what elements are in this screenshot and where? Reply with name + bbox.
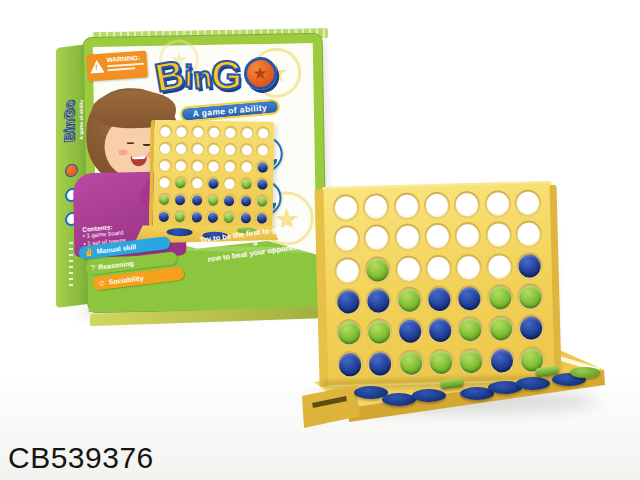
blue-piece-loose	[382, 393, 416, 406]
board-hole	[158, 193, 171, 206]
empty-hole	[193, 127, 203, 137]
empty-hole	[209, 161, 219, 171]
loose-pieces	[302, 180, 612, 430]
board-hole	[239, 211, 252, 224]
blue-piece	[175, 195, 185, 205]
box-front-panel: ★ ★ ★ WARNING: BinG★ A game of ability	[84, 34, 327, 312]
product-photo	[302, 180, 612, 430]
board-hole	[224, 143, 237, 156]
blue-piece	[257, 179, 267, 189]
skill-label: Sociability	[108, 274, 144, 285]
board-hole	[191, 176, 204, 189]
board-hole	[255, 211, 268, 224]
empty-hole	[225, 161, 235, 171]
green-piece	[176, 178, 186, 188]
board-hole	[223, 160, 236, 173]
empty-hole	[209, 127, 219, 137]
board-hole	[191, 125, 204, 138]
green-piece	[159, 194, 169, 204]
board-hole	[175, 125, 188, 138]
board-hole	[159, 142, 172, 155]
blue-piece	[192, 195, 202, 205]
board-hole	[223, 177, 236, 190]
product-code: CB539376	[8, 441, 154, 475]
page: ✓ BinGo A game of ability ★ ★ ★ WARNING:	[0, 0, 640, 480]
board-hole	[224, 126, 237, 139]
logo-star-piece-icon: ★	[243, 56, 278, 91]
board-hole	[207, 160, 220, 173]
green-piece-loose	[570, 367, 600, 378]
green-piece-loose	[439, 377, 464, 389]
people-icon: ☺	[97, 279, 106, 288]
board-hole	[190, 193, 203, 206]
board-hole	[223, 211, 236, 224]
board-hole	[175, 142, 188, 155]
green-piece	[208, 195, 218, 205]
question-icon: ?	[90, 264, 95, 272]
board-hole	[191, 159, 204, 172]
board-hole	[190, 210, 203, 223]
empty-hole	[160, 126, 170, 136]
board-hole	[255, 194, 268, 207]
empty-hole	[160, 160, 170, 170]
board-hole	[191, 142, 204, 155]
empty-hole	[176, 144, 186, 154]
logo-letter: G	[211, 54, 244, 95]
empty-hole	[192, 161, 202, 171]
tagline-text: A game of ability	[192, 102, 267, 118]
board-hole	[206, 211, 219, 224]
hands-icon: ✌	[83, 248, 94, 257]
board-hole	[240, 160, 253, 173]
empty-hole	[225, 178, 235, 188]
green-piece	[241, 179, 251, 189]
empty-hole	[176, 161, 186, 171]
board-hole	[174, 193, 187, 206]
board-hole	[174, 210, 187, 223]
empty-hole	[160, 143, 170, 153]
empty-hole	[226, 127, 236, 137]
empty-hole	[258, 128, 268, 138]
blue-piece-loose	[412, 389, 446, 402]
empty-hole	[225, 144, 235, 154]
warning-label: WARNING:	[86, 50, 148, 81]
empty-hole	[258, 145, 268, 155]
board-hole	[158, 176, 171, 189]
board-hole	[240, 126, 253, 139]
green-piece	[175, 212, 185, 222]
game-box: BinGo A game of ability ★ ★ ★ WARNING:	[56, 34, 324, 324]
blue-piece	[191, 212, 201, 222]
warning-small-print	[107, 63, 144, 68]
board-hole	[207, 194, 220, 207]
board-hole	[256, 160, 269, 173]
board-hole	[174, 176, 187, 189]
green-piece	[224, 212, 234, 222]
box-art-grid	[156, 123, 272, 227]
empty-hole	[193, 144, 203, 154]
warning-small-print	[107, 67, 135, 71]
empty-hole	[177, 127, 187, 137]
skill-label: Manual skill	[96, 243, 136, 255]
board-hole	[158, 159, 171, 172]
board-hole	[240, 143, 253, 156]
board-hole	[239, 177, 252, 190]
board-hole	[207, 177, 220, 190]
empty-hole	[242, 128, 252, 138]
board-hole	[208, 126, 221, 139]
empty-hole	[160, 177, 170, 187]
skill-label: Reasoning	[98, 259, 134, 270]
blue-piece	[241, 196, 251, 206]
board-hole	[256, 177, 269, 190]
blue-piece	[257, 162, 267, 172]
board-hole	[256, 143, 269, 156]
green-piece	[257, 196, 267, 206]
blue-piece	[257, 213, 267, 223]
empty-hole	[241, 162, 251, 172]
board-hole	[257, 127, 270, 140]
blue-piece	[208, 212, 218, 222]
empty-hole	[242, 145, 252, 155]
blue-piece	[208, 178, 218, 188]
empty-hole	[192, 178, 202, 188]
warning-title: WARNING:	[106, 54, 143, 64]
blue-piece	[224, 195, 234, 205]
board-hole	[239, 194, 252, 207]
girl-eye	[126, 140, 134, 144]
board-hole	[207, 143, 220, 156]
side-small-print	[69, 242, 73, 286]
empty-hole	[209, 144, 219, 154]
star-icon: ★	[252, 64, 268, 84]
blue-piece	[240, 213, 250, 223]
blue-piece-loose	[516, 377, 550, 390]
board-hole	[159, 125, 172, 138]
board-hole	[223, 194, 236, 207]
board-hole	[175, 159, 188, 172]
warning-triangle-icon	[90, 59, 105, 73]
box-art-board-stand	[149, 120, 275, 230]
